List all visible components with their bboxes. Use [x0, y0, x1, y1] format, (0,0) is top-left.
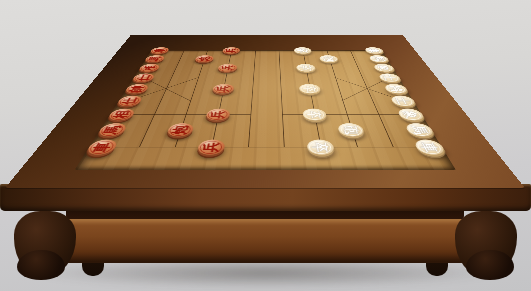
- palace-diagonal-black-1: [334, 78, 402, 101]
- piece-character: 象: [401, 111, 420, 119]
- piece-black-elephant[interactable]: 象: [372, 64, 395, 72]
- board-grid: 車兵車卒馬炮馬砲相兵象卒仕士帥兵將卒仕士相兵象卒馬炮馬砲車兵車卒: [102, 50, 429, 147]
- piece-character: 兵: [221, 65, 234, 70]
- piece-character: 將: [387, 86, 404, 92]
- piece-red-cannon[interactable]: 炮: [166, 123, 195, 136]
- piece-character: 仕: [120, 98, 138, 105]
- piece-red-elephant[interactable]: 相: [137, 64, 160, 72]
- piece-character: 相: [112, 111, 131, 119]
- piece-black-horse[interactable]: 馬: [368, 55, 390, 62]
- piece-black-soldier[interactable]: 卒: [306, 140, 335, 155]
- piece-black-general[interactable]: 將: [383, 84, 409, 94]
- piece-character: 卒: [311, 142, 329, 152]
- piece-character: 士: [382, 75, 398, 80]
- piece-red-horse[interactable]: 馬: [143, 55, 165, 62]
- piece-red-advisor[interactable]: 仕: [115, 96, 143, 107]
- piece-character: 馬: [409, 126, 429, 135]
- piece-character: 兵: [210, 111, 226, 119]
- piece-character: 象: [376, 65, 391, 70]
- piece-character: 兵: [202, 142, 221, 152]
- piece-character: 車: [367, 48, 380, 52]
- grid-file-lines-red-half: [112, 59, 254, 130]
- piece-black-elephant[interactable]: 象: [396, 109, 426, 121]
- grid-rank-lines: [102, 50, 429, 147]
- piece-character: 士: [394, 98, 412, 105]
- piece-red-horse[interactable]: 馬: [96, 123, 129, 136]
- piece-red-cannon[interactable]: 炮: [194, 55, 214, 62]
- piece-red-soldier[interactable]: 兵: [205, 109, 231, 121]
- piece-red-soldier[interactable]: 兵: [196, 140, 225, 155]
- piece-character: 砲: [322, 56, 335, 61]
- piece-black-advisor[interactable]: 士: [377, 73, 402, 82]
- piece-black-horse[interactable]: 馬: [403, 123, 435, 136]
- board-frame: 車兵車卒馬炮馬砲相兵象卒仕士帥兵將卒仕士相兵象卒馬炮馬砲車兵車卒: [5, 35, 525, 188]
- piece-character: 相: [142, 65, 157, 70]
- piece-character: 馬: [372, 56, 386, 61]
- piece-character: 仕: [135, 75, 151, 80]
- piece-character: 卒: [302, 86, 316, 92]
- piece-character: 車: [91, 142, 113, 152]
- perspective-scene: 車兵車卒馬炮馬砲相兵象卒仕士帥兵將卒仕士相兵象卒馬炮馬砲車兵車卒: [0, 0, 531, 291]
- piece-black-soldier[interactable]: 卒: [298, 84, 320, 94]
- palace-diagonal-red-1: [143, 78, 191, 101]
- piece-red-soldier[interactable]: 兵: [222, 47, 240, 54]
- piece-red-soldier[interactable]: 兵: [211, 84, 234, 94]
- palace-diagonal-red-2: [129, 78, 198, 101]
- piece-red-advisor[interactable]: 仕: [131, 73, 156, 82]
- piece-character: 兵: [225, 48, 237, 52]
- piece-black-chariot[interactable]: 車: [412, 140, 447, 155]
- piece-black-soldier[interactable]: 卒: [293, 47, 311, 54]
- piece-character: 卒: [299, 65, 312, 70]
- piece-character: 馬: [148, 56, 162, 61]
- piece-black-advisor[interactable]: 士: [389, 96, 417, 107]
- piece-character: 砲: [342, 126, 360, 135]
- piece-character: 卒: [297, 48, 309, 52]
- piece-red-chariot[interactable]: 車: [149, 47, 170, 54]
- piece-character: 炮: [171, 126, 189, 135]
- piece-character: 卒: [306, 111, 322, 119]
- piece-black-chariot[interactable]: 車: [364, 47, 385, 54]
- piece-character: 車: [418, 142, 440, 152]
- piece-character: 帥: [128, 86, 145, 92]
- board-surface: 車兵車卒馬炮馬砲相兵象卒仕士帥兵將卒仕士相兵象卒馬炮馬砲車兵車卒: [75, 50, 456, 170]
- piece-red-chariot[interactable]: 車: [84, 140, 119, 155]
- piece-red-elephant[interactable]: 相: [106, 109, 136, 121]
- piece-black-soldier[interactable]: 卒: [302, 109, 327, 121]
- piece-character: 馬: [102, 126, 123, 135]
- piece-red-soldier[interactable]: 兵: [217, 64, 237, 72]
- piece-character: 炮: [198, 56, 211, 61]
- piece-black-cannon[interactable]: 砲: [319, 55, 339, 62]
- piece-character: 兵: [216, 86, 230, 92]
- piece-character: 車: [153, 48, 166, 52]
- grid-file-lines-black-half: [279, 59, 419, 130]
- piece-black-soldier[interactable]: 卒: [296, 64, 316, 72]
- board-photo: 車兵車卒馬炮馬砲相兵象卒仕士帥兵將卒仕士相兵象卒馬炮馬砲車兵車卒: [0, 0, 531, 291]
- pieces-layer: 車兵車卒馬炮馬砲相兵象卒仕士帥兵將卒仕士相兵象卒馬炮馬砲車兵車卒: [102, 50, 429, 147]
- piece-black-cannon[interactable]: 砲: [337, 123, 366, 136]
- palace-diagonal-black-2: [342, 78, 390, 101]
- piece-red-general[interactable]: 帥: [123, 84, 149, 94]
